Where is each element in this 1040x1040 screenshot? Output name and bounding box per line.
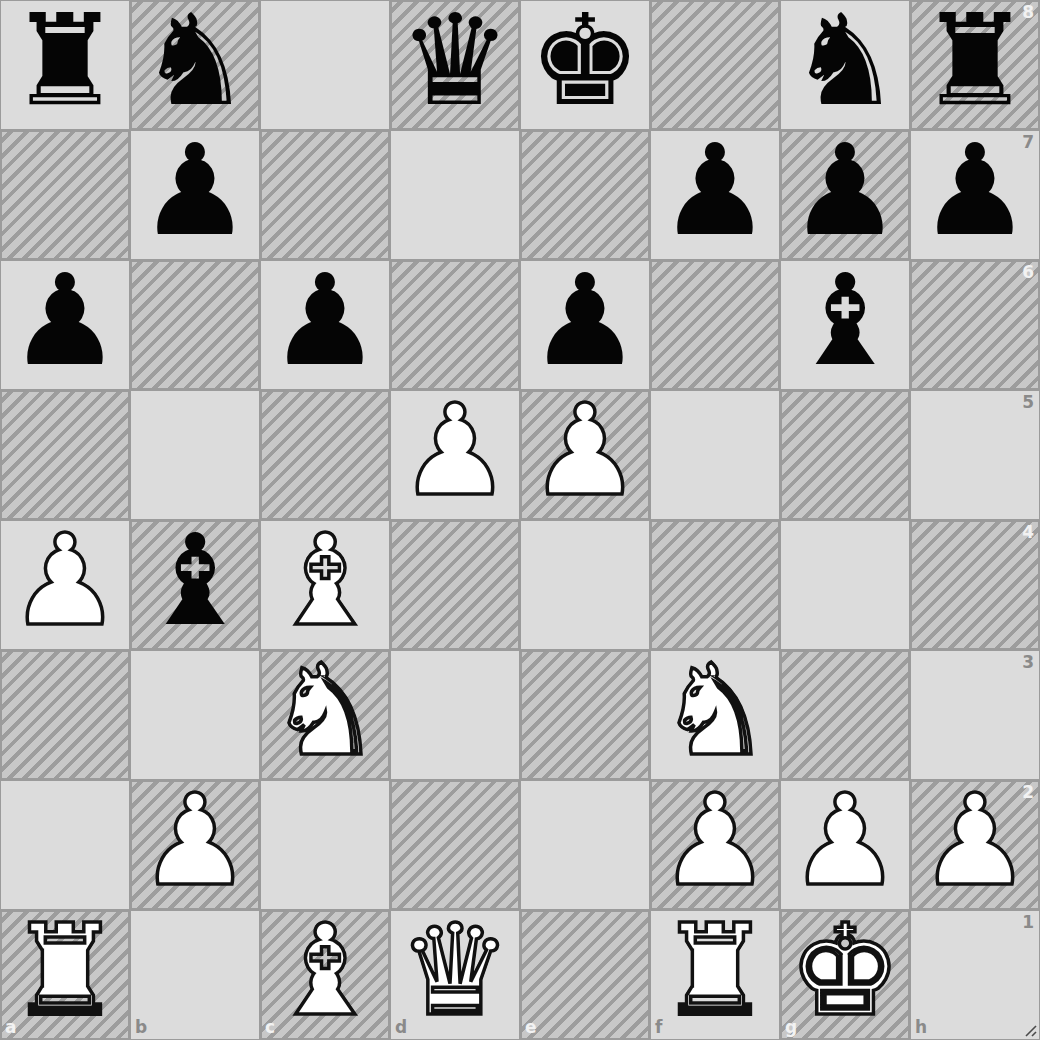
file-label-g: g — [785, 1019, 797, 1036]
file-label-c: c — [265, 1019, 275, 1036]
square-h4[interactable]: 4 — [910, 520, 1040, 650]
square-h8[interactable]: ♜8 — [910, 0, 1040, 130]
file-label-a: a — [5, 1019, 16, 1036]
square-c3[interactable]: ♞ — [260, 650, 390, 780]
square-d3[interactable] — [390, 650, 520, 780]
chess-board-window: ♜♞♛♚♞♜8♟♟♟♟7♟♟♟♝6♟♟5♟♝♝4♞♞3♟♟♟♟2♜ab♝c♛de… — [0, 0, 1040, 1040]
resize-handle-icon[interactable] — [1023, 1023, 1038, 1038]
square-e2[interactable] — [520, 780, 650, 910]
square-c5[interactable] — [260, 390, 390, 520]
square-c7[interactable] — [260, 130, 390, 260]
square-g5[interactable] — [780, 390, 910, 520]
square-d5[interactable]: ♟ — [390, 390, 520, 520]
square-b7[interactable]: ♟ — [130, 130, 260, 260]
square-b3[interactable] — [130, 650, 260, 780]
square-d8[interactable]: ♛ — [390, 0, 520, 130]
white-pawn-piece[interactable]: ♟ — [529, 390, 642, 516]
rank-label-8: 8 — [1022, 4, 1034, 21]
black-pawn-piece[interactable]: ♟ — [659, 130, 772, 256]
square-a4[interactable]: ♟ — [0, 520, 130, 650]
square-g7[interactable]: ♟ — [780, 130, 910, 260]
rank-label-2: 2 — [1022, 784, 1034, 801]
black-knight-piece[interactable]: ♞ — [789, 0, 902, 126]
square-g4[interactable] — [780, 520, 910, 650]
black-knight-piece[interactable]: ♞ — [139, 0, 252, 126]
square-g1[interactable]: ♚g — [780, 910, 910, 1040]
white-bishop-piece[interactable]: ♝ — [269, 910, 382, 1036]
black-bishop-piece[interactable]: ♝ — [139, 520, 252, 646]
square-d4[interactable] — [390, 520, 520, 650]
square-f4[interactable] — [650, 520, 780, 650]
square-f8[interactable] — [650, 0, 780, 130]
square-e6[interactable]: ♟ — [520, 260, 650, 390]
rank-label-5: 5 — [1022, 394, 1034, 411]
black-rook-piece[interactable]: ♜ — [9, 0, 122, 126]
square-a1[interactable]: ♜a — [0, 910, 130, 1040]
file-label-f: f — [655, 1019, 662, 1036]
square-a2[interactable] — [0, 780, 130, 910]
square-e4[interactable] — [520, 520, 650, 650]
white-rook-piece[interactable]: ♜ — [659, 910, 772, 1036]
rank-label-4: 4 — [1022, 524, 1034, 541]
square-e5[interactable]: ♟ — [520, 390, 650, 520]
square-d6[interactable] — [390, 260, 520, 390]
rank-label-7: 7 — [1022, 134, 1034, 151]
black-pawn-piece[interactable]: ♟ — [269, 260, 382, 386]
square-f5[interactable] — [650, 390, 780, 520]
white-rook-piece[interactable]: ♜ — [9, 910, 122, 1036]
square-e8[interactable]: ♚ — [520, 0, 650, 130]
black-bishop-piece[interactable]: ♝ — [789, 260, 902, 386]
square-b5[interactable] — [130, 390, 260, 520]
white-queen-piece[interactable]: ♛ — [399, 910, 512, 1036]
square-f6[interactable] — [650, 260, 780, 390]
white-king-piece[interactable]: ♚ — [789, 910, 902, 1036]
square-d1[interactable]: ♛d — [390, 910, 520, 1040]
white-pawn-piece[interactable]: ♟ — [9, 520, 122, 646]
white-pawn-piece[interactable]: ♟ — [919, 780, 1032, 906]
square-h3[interactable]: 3 — [910, 650, 1040, 780]
square-c2[interactable] — [260, 780, 390, 910]
square-a5[interactable] — [0, 390, 130, 520]
square-h1[interactable]: 1h — [910, 910, 1040, 1040]
square-g8[interactable]: ♞ — [780, 0, 910, 130]
rank-label-3: 3 — [1022, 654, 1034, 671]
square-e3[interactable] — [520, 650, 650, 780]
black-pawn-piece[interactable]: ♟ — [529, 260, 642, 386]
white-knight-piece[interactable]: ♞ — [659, 650, 772, 776]
square-c6[interactable]: ♟ — [260, 260, 390, 390]
square-h7[interactable]: ♟7 — [910, 130, 1040, 260]
square-h6[interactable]: 6 — [910, 260, 1040, 390]
white-pawn-piece[interactable]: ♟ — [659, 780, 772, 906]
rank-label-1: 1 — [1022, 914, 1034, 931]
file-label-h: h — [915, 1019, 927, 1036]
square-a7[interactable] — [0, 130, 130, 260]
rank-label-6: 6 — [1022, 264, 1034, 281]
square-a3[interactable] — [0, 650, 130, 780]
file-label-b: b — [135, 1019, 147, 1036]
white-knight-piece[interactable]: ♞ — [269, 650, 382, 776]
square-e1[interactable]: e — [520, 910, 650, 1040]
square-g3[interactable] — [780, 650, 910, 780]
black-king-piece[interactable]: ♚ — [529, 0, 642, 126]
square-d2[interactable] — [390, 780, 520, 910]
square-c8[interactable] — [260, 0, 390, 130]
square-f1[interactable]: ♜f — [650, 910, 780, 1040]
square-c1[interactable]: ♝c — [260, 910, 390, 1040]
square-g2[interactable]: ♟ — [780, 780, 910, 910]
black-pawn-piece[interactable]: ♟ — [919, 130, 1032, 256]
square-h5[interactable]: 5 — [910, 390, 1040, 520]
black-pawn-piece[interactable]: ♟ — [9, 260, 122, 386]
square-e7[interactable] — [520, 130, 650, 260]
white-pawn-piece[interactable]: ♟ — [139, 780, 252, 906]
black-pawn-piece[interactable]: ♟ — [139, 130, 252, 256]
square-a6[interactable]: ♟ — [0, 260, 130, 390]
black-rook-piece[interactable]: ♜ — [919, 0, 1032, 126]
square-b8[interactable]: ♞ — [130, 0, 260, 130]
square-h2[interactable]: ♟2 — [910, 780, 1040, 910]
white-pawn-piece[interactable]: ♟ — [789, 780, 902, 906]
white-pawn-piece[interactable]: ♟ — [399, 390, 512, 516]
white-bishop-piece[interactable]: ♝ — [269, 520, 382, 646]
square-f3[interactable]: ♞ — [650, 650, 780, 780]
file-label-d: d — [395, 1019, 407, 1036]
square-d7[interactable] — [390, 130, 520, 260]
square-c4[interactable]: ♝ — [260, 520, 390, 650]
square-b6[interactable] — [130, 260, 260, 390]
black-pawn-piece[interactable]: ♟ — [789, 130, 902, 256]
black-queen-piece[interactable]: ♛ — [399, 0, 512, 126]
square-b2[interactable]: ♟ — [130, 780, 260, 910]
square-b1[interactable]: b — [130, 910, 260, 1040]
chess-board: ♜♞♛♚♞♜8♟♟♟♟7♟♟♟♝6♟♟5♟♝♝4♞♞3♟♟♟♟2♜ab♝c♛de… — [0, 0, 1040, 1040]
square-a8[interactable]: ♜ — [0, 0, 130, 130]
square-b4[interactable]: ♝ — [130, 520, 260, 650]
file-label-e: e — [525, 1019, 537, 1036]
square-f2[interactable]: ♟ — [650, 780, 780, 910]
square-g6[interactable]: ♝ — [780, 260, 910, 390]
square-f7[interactable]: ♟ — [650, 130, 780, 260]
